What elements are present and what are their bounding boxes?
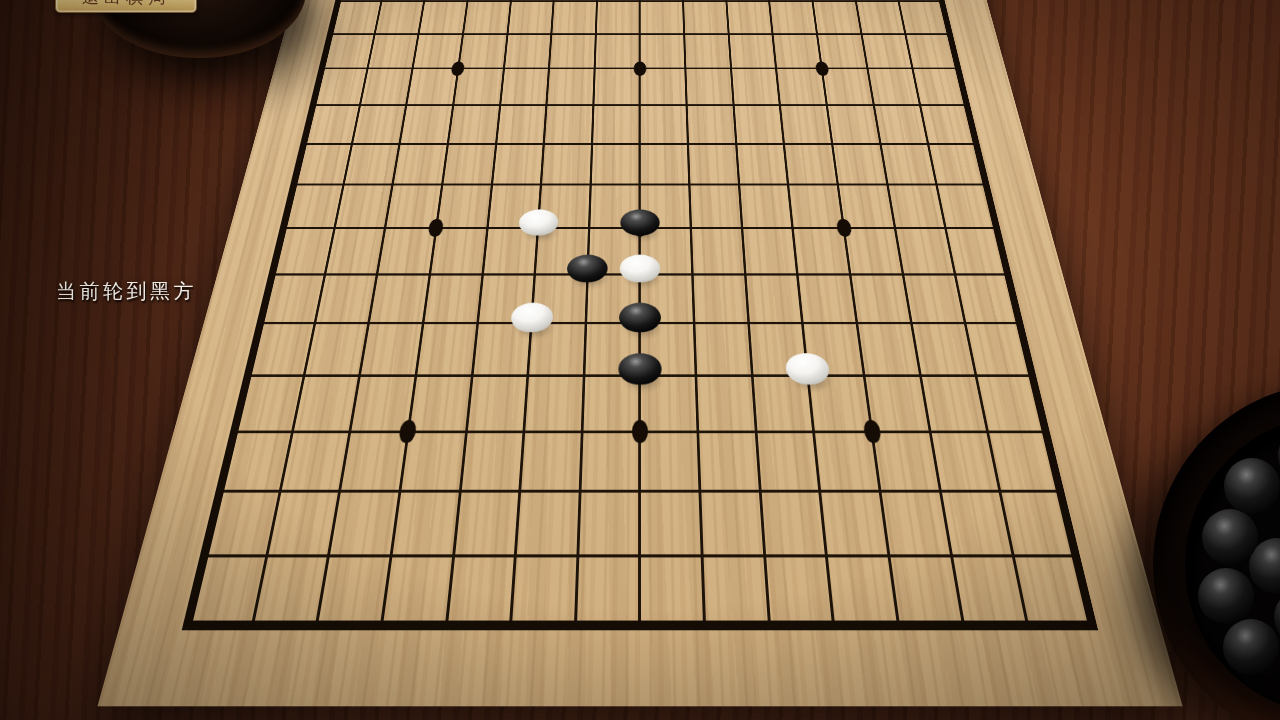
game-scene: 退出棋局 当前轮到黑方 [0,0,1280,720]
board-grid[interactable] [188,0,1093,625]
exit-game-button[interactable]: 退出棋局 [55,0,197,13]
gomoku-board [97,0,1182,706]
bowl-stone [1224,458,1280,514]
star-point [634,62,647,76]
table-surface [0,0,1280,720]
bowl-stone [1202,509,1258,565]
black-stone-bowl-stones [1185,415,1280,715]
bowl-stone [1223,619,1279,675]
star-point [632,420,648,443]
bowl-stone [1198,568,1254,624]
turn-status: 当前轮到黑方 [56,278,197,305]
